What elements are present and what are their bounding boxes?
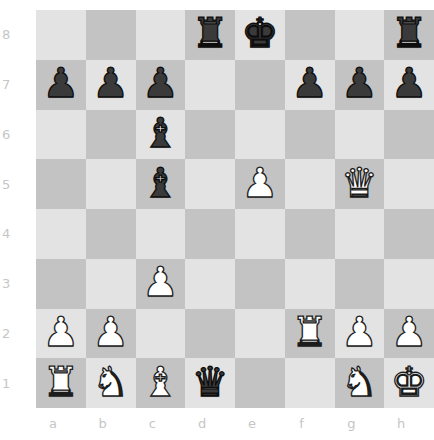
- square-b5[interactable]: [86, 159, 136, 209]
- square-b8[interactable]: [86, 10, 136, 60]
- piece-black-pawn-b7[interactable]: ♟: [92, 63, 129, 104]
- rank-label-7: 7: [0, 60, 36, 110]
- square-a1[interactable]: ♜: [36, 358, 86, 408]
- piece-white-rook-f2[interactable]: ♜: [291, 312, 328, 353]
- square-g2[interactable]: ♟: [335, 309, 385, 359]
- square-c2[interactable]: [136, 309, 186, 359]
- square-h4[interactable]: [384, 209, 434, 259]
- square-a5[interactable]: [36, 159, 86, 209]
- square-g7[interactable]: ♟: [335, 60, 385, 110]
- piece-white-queen-g5[interactable]: ♛: [341, 163, 378, 204]
- square-g1[interactable]: ♞: [335, 358, 385, 408]
- piece-black-pawn-c7[interactable]: ♟: [142, 63, 179, 104]
- rank-label-1: 1: [0, 358, 36, 408]
- square-c1[interactable]: ♝: [136, 358, 186, 408]
- square-b1[interactable]: ♞: [86, 358, 136, 408]
- piece-black-pawn-a7[interactable]: ♟: [42, 63, 79, 104]
- piece-white-bishop-c1[interactable]: ♝: [142, 362, 179, 403]
- rank-labels: 87654321: [0, 10, 36, 408]
- square-c4[interactable]: [136, 209, 186, 259]
- rank-label-2: 2: [0, 309, 36, 359]
- square-e6[interactable]: [235, 110, 285, 160]
- square-g3[interactable]: [335, 259, 385, 309]
- square-h7[interactable]: ♟: [384, 60, 434, 110]
- square-f3[interactable]: [285, 259, 335, 309]
- square-h2[interactable]: ♟: [384, 309, 434, 359]
- square-a7[interactable]: ♟: [36, 60, 86, 110]
- square-b7[interactable]: ♟: [86, 60, 136, 110]
- piece-black-king-e8[interactable]: ♚: [241, 13, 278, 54]
- square-e3[interactable]: [235, 259, 285, 309]
- piece-black-bishop-c5[interactable]: ♝: [142, 163, 179, 204]
- piece-white-king-h1[interactable]: ♚: [391, 362, 428, 403]
- piece-black-pawn-f7[interactable]: ♟: [291, 63, 328, 104]
- piece-white-pawn-h2[interactable]: ♟: [391, 312, 428, 353]
- piece-white-pawn-g2[interactable]: ♟: [341, 312, 378, 353]
- file-label-h: h: [376, 408, 426, 438]
- square-f7[interactable]: ♟: [285, 60, 335, 110]
- rank-label-6: 6: [0, 110, 36, 160]
- square-d5[interactable]: [185, 159, 235, 209]
- piece-white-pawn-b2[interactable]: ♟: [92, 312, 129, 353]
- square-g5[interactable]: ♛: [335, 159, 385, 209]
- piece-white-pawn-e5[interactable]: ♟: [241, 163, 278, 204]
- rank-label-4: 4: [0, 209, 36, 259]
- piece-white-knight-g1[interactable]: ♞: [341, 362, 378, 403]
- square-f4[interactable]: [285, 209, 335, 259]
- square-c6[interactable]: ♝: [136, 110, 186, 160]
- piece-black-queen-d1[interactable]: ♛: [192, 362, 229, 403]
- square-g4[interactable]: [335, 209, 385, 259]
- square-c8[interactable]: [136, 10, 186, 60]
- chess-board-app: 87654321 ♜♚♜♟♟♟♟♟♟♝♝♟♛♟♟♟♜♟♟♜♞♝♛♞♚ abcde…: [0, 0, 434, 440]
- square-c5[interactable]: ♝: [136, 159, 186, 209]
- square-d4[interactable]: [185, 209, 235, 259]
- file-label-a: a: [28, 408, 78, 438]
- square-a6[interactable]: [36, 110, 86, 160]
- file-label-f: f: [277, 408, 327, 438]
- rank-label-5: 5: [0, 159, 36, 209]
- square-f5[interactable]: [285, 159, 335, 209]
- square-h8[interactable]: ♜: [384, 10, 434, 60]
- file-label-e: e: [227, 408, 277, 438]
- piece-white-knight-b1[interactable]: ♞: [92, 362, 129, 403]
- piece-black-pawn-h7[interactable]: ♟: [391, 63, 428, 104]
- square-e8[interactable]: ♚: [235, 10, 285, 60]
- square-f1[interactable]: [285, 358, 335, 408]
- square-b4[interactable]: [86, 209, 136, 259]
- file-label-b: b: [78, 408, 128, 438]
- file-label-c: c: [128, 408, 178, 438]
- square-a4[interactable]: [36, 209, 86, 259]
- square-e4[interactable]: [235, 209, 285, 259]
- square-d8[interactable]: ♜: [185, 10, 235, 60]
- piece-white-rook-a1[interactable]: ♜: [42, 362, 79, 403]
- square-e2[interactable]: [235, 309, 285, 359]
- square-g8[interactable]: [335, 10, 385, 60]
- square-d2[interactable]: [185, 309, 235, 359]
- square-d7[interactable]: [185, 60, 235, 110]
- square-e1[interactable]: [235, 358, 285, 408]
- square-h5[interactable]: [384, 159, 434, 209]
- rank-label-3: 3: [0, 259, 36, 309]
- square-b2[interactable]: ♟: [86, 309, 136, 359]
- piece-black-rook-d8[interactable]: ♜: [192, 13, 229, 54]
- square-a2[interactable]: ♟: [36, 309, 86, 359]
- square-d6[interactable]: [185, 110, 235, 160]
- square-f8[interactable]: [285, 10, 335, 60]
- square-h3[interactable]: [384, 259, 434, 309]
- square-h6[interactable]: [384, 110, 434, 160]
- square-h1[interactable]: ♚: [384, 358, 434, 408]
- square-a8[interactable]: [36, 10, 86, 60]
- square-e7[interactable]: [235, 60, 285, 110]
- square-c3[interactable]: ♟: [136, 259, 186, 309]
- chess-board: ♜♚♜♟♟♟♟♟♟♝♝♟♛♟♟♟♜♟♟♜♞♝♛♞♚: [36, 10, 434, 408]
- square-f6[interactable]: [285, 110, 335, 160]
- square-a3[interactable]: [36, 259, 86, 309]
- piece-black-rook-h8[interactable]: ♜: [391, 13, 428, 54]
- square-f2[interactable]: ♜: [285, 309, 335, 359]
- file-labels: abcdefgh: [36, 408, 434, 438]
- piece-white-pawn-a2[interactable]: ♟: [42, 312, 79, 353]
- square-b6[interactable]: [86, 110, 136, 160]
- square-g6[interactable]: [335, 110, 385, 160]
- piece-black-pawn-g7[interactable]: ♟: [341, 63, 378, 104]
- piece-white-pawn-c3[interactable]: ♟: [142, 262, 179, 303]
- piece-black-bishop-c6[interactable]: ♝: [142, 113, 179, 154]
- square-d1[interactable]: ♛: [185, 358, 235, 408]
- file-label-g: g: [327, 408, 377, 438]
- square-c7[interactable]: ♟: [136, 60, 186, 110]
- file-label-d: d: [177, 408, 227, 438]
- square-e5[interactable]: ♟: [235, 159, 285, 209]
- square-b3[interactable]: [86, 259, 136, 309]
- square-d3[interactable]: [185, 259, 235, 309]
- rank-label-8: 8: [0, 10, 36, 60]
